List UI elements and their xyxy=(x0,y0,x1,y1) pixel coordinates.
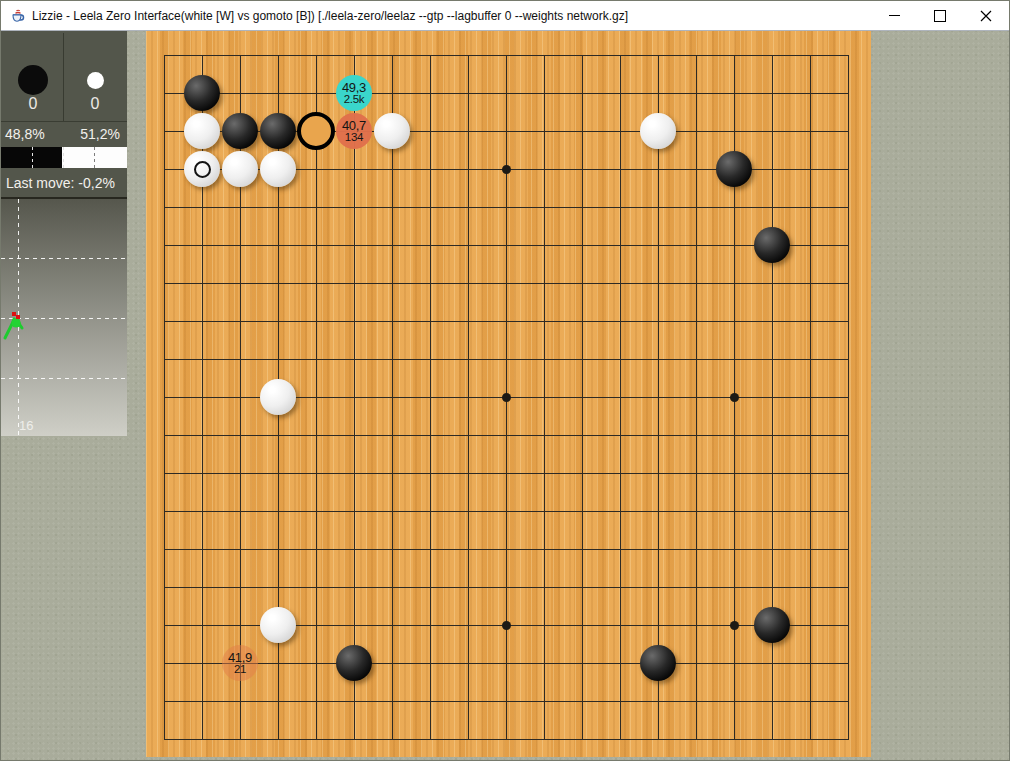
winrate-bar xyxy=(1,147,127,168)
black-stone-icon xyxy=(18,65,48,95)
candidate-move[interactable]: 49,32.5k xyxy=(336,75,372,111)
black-capture-count: 0 xyxy=(18,95,48,113)
white-stone-icon xyxy=(87,72,104,89)
white-stone xyxy=(222,151,258,187)
minimize-button[interactable] xyxy=(871,1,917,30)
candidate-visits: 134 xyxy=(345,132,363,144)
winrate-graph[interactable]: 16 xyxy=(1,197,127,436)
star-point xyxy=(502,621,511,630)
white-stone xyxy=(260,607,296,643)
black-stone xyxy=(754,607,790,643)
close-button[interactable] xyxy=(963,1,1009,30)
candidate-winrate: 49,3 xyxy=(342,81,366,94)
last-move-delta: Last move: -0,2% xyxy=(6,175,115,191)
white-stone xyxy=(184,113,220,149)
last-move-marker xyxy=(194,161,211,178)
captures-panel: 0 0 xyxy=(1,31,127,122)
java-app-icon xyxy=(10,8,26,24)
content-area: 0 0 48,8% 51,2% Last move: -0,2% xyxy=(1,31,1009,760)
captures-divider xyxy=(63,33,64,121)
candidate-move[interactable]: 41,921 xyxy=(222,645,258,681)
winrate-bar-quarter-mark xyxy=(32,147,33,168)
star-point xyxy=(502,393,511,402)
black-stone xyxy=(754,227,790,263)
board-grid[interactable]: 49,32.5k40,713441,921 xyxy=(145,36,867,758)
star-point xyxy=(730,621,739,630)
close-icon xyxy=(980,10,992,22)
white-stone xyxy=(374,113,410,149)
winrate-bar-half-mark xyxy=(63,147,64,168)
go-board[interactable]: 49,32.5k40,713441,921 xyxy=(146,31,871,757)
black-winrate-label: 48,8% xyxy=(5,126,45,146)
candidate-visits: 2.5k xyxy=(344,94,365,106)
title-bar[interactable]: Lizzie - Leela Zero Interface(white [W] … xyxy=(1,1,1009,31)
white-winrate-label: 51,2% xyxy=(80,126,120,146)
black-stone xyxy=(640,645,676,681)
white-stone xyxy=(260,151,296,187)
star-point xyxy=(502,165,511,174)
maximize-button[interactable] xyxy=(917,1,963,30)
black-stone xyxy=(336,645,372,681)
next-move-ring-marker xyxy=(297,112,335,150)
move-number-label: 16 xyxy=(19,418,33,433)
minimize-icon xyxy=(889,15,900,16)
black-stone xyxy=(716,151,752,187)
winrate-drop-mark xyxy=(12,312,16,316)
black-stone xyxy=(222,113,258,149)
app-window: Lizzie - Leela Zero Interface(white [W] … xyxy=(0,0,1010,761)
candidate-visits: 21 xyxy=(234,664,246,676)
winrate-bar-threequarter-mark xyxy=(94,147,95,168)
candidate-winrate: 40,7 xyxy=(342,119,366,132)
black-stone xyxy=(184,75,220,111)
star-point xyxy=(730,393,739,402)
winrate-drop-mark xyxy=(16,315,20,319)
candidate-winrate: 41,9 xyxy=(228,651,252,664)
black-stone xyxy=(260,113,296,149)
white-stone xyxy=(640,113,676,149)
maximize-icon xyxy=(934,10,946,22)
window-title: Lizzie - Leela Zero Interface(white [W] … xyxy=(32,9,871,23)
analysis-side-panel: 0 0 48,8% 51,2% Last move: -0,2% xyxy=(1,31,127,436)
winrate-labels: 48,8% 51,2% xyxy=(1,126,124,146)
winrate-curve xyxy=(1,199,127,438)
white-stone xyxy=(260,379,296,415)
white-capture-count: 0 xyxy=(80,95,110,113)
candidate-move[interactable]: 40,7134 xyxy=(336,113,372,149)
